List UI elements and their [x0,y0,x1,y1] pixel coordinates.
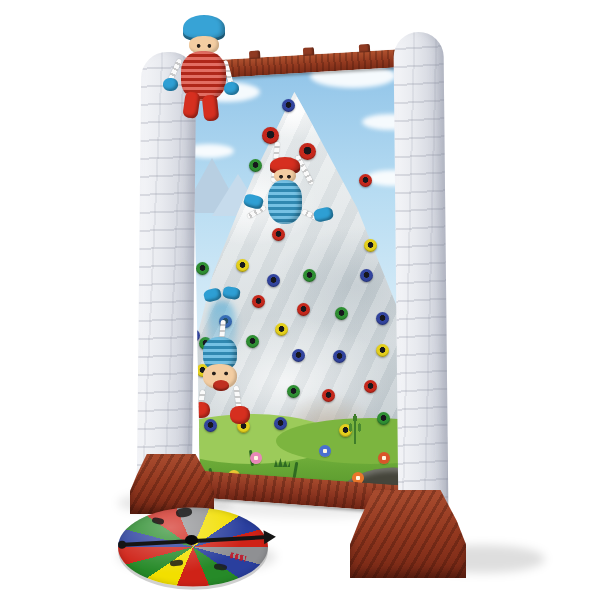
hold-yellow[interactable] [275,323,288,336]
hold-blue[interactable] [360,269,373,282]
climber-blue-foot [243,193,265,210]
hold-blue[interactable] [267,274,280,287]
climber-falling-hand [192,402,210,418]
hold-yellow[interactable] [364,239,377,252]
hold-red[interactable] [272,228,285,241]
hold-green[interactable] [303,269,316,282]
flower-icon [378,452,390,464]
hold-green[interactable] [377,412,390,425]
hold-green[interactable] [196,262,209,275]
climber-blue[interactable] [240,133,340,228]
spinner[interactable] [118,506,268,588]
climber-blue-torso [268,180,302,224]
hold-yellow[interactable] [376,344,389,357]
hold-blue[interactable] [333,350,346,363]
climber-red-boot [182,91,200,119]
hold-blue[interactable] [292,349,305,362]
climber-falling-mouth [213,380,229,391]
rail-tab [303,47,314,56]
climber-falling[interactable] [190,283,260,435]
flower-icon [319,445,331,457]
climber-red[interactable] [160,12,240,124]
plant-icon [348,414,362,444]
spinner-hub [185,535,198,545]
hold-blue[interactable] [376,312,389,325]
hold-red[interactable] [359,174,372,187]
spinner-wheel[interactable] [118,508,268,587]
hold-green[interactable] [335,307,348,320]
climber-falling-hand [230,406,250,424]
climber-blue-foot [313,206,334,223]
climber-falling-foot [222,286,241,301]
right-pillar [393,32,448,532]
rail-tab [249,50,260,59]
climber-falling-arm [233,386,241,408]
climber-red-hand [163,78,178,91]
hold-red[interactable] [364,380,377,393]
climber-red-boot [202,94,220,121]
product-photo-stage [0,0,600,600]
hold-yellow[interactable] [236,259,249,272]
hold-red[interactable] [322,389,335,402]
climbing-wall-panel [190,58,418,510]
hold-blue[interactable] [282,99,295,112]
rail-tab [359,44,370,53]
hold-blue[interactable] [274,417,287,430]
climber-red-hand [224,82,239,95]
hold-green[interactable] [287,385,300,398]
flower-icon [250,452,262,464]
right-base-foot [350,490,466,578]
hold-red[interactable] [297,303,310,316]
